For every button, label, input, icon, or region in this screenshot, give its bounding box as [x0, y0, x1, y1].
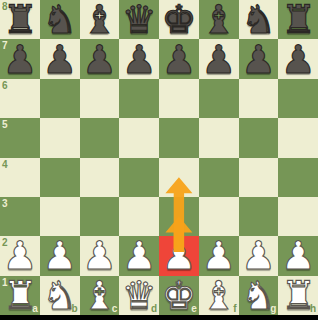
square-a8[interactable]: 8♜ [0, 0, 40, 39]
white-rook[interactable]: ♜ [0, 276, 40, 315]
square-g3[interactable] [239, 197, 279, 236]
black-pawn[interactable]: ♟ [40, 39, 80, 78]
black-queen[interactable]: ♛ [119, 0, 159, 39]
square-g7[interactable]: ♟ [239, 39, 279, 78]
white-bishop[interactable]: ♝ [199, 276, 239, 315]
square-c3[interactable] [80, 197, 120, 236]
black-pawn[interactable]: ♟ [80, 39, 120, 78]
square-b5[interactable] [40, 118, 80, 157]
rank-label-6: 6 [2, 81, 8, 91]
square-e4[interactable] [159, 158, 199, 197]
square-a7[interactable]: 7♟ [0, 39, 40, 78]
square-d8[interactable]: ♛ [119, 0, 159, 39]
square-g5[interactable] [239, 118, 279, 157]
square-c4[interactable] [80, 158, 120, 197]
square-d6[interactable] [119, 79, 159, 118]
square-f4[interactable] [199, 158, 239, 197]
white-king[interactable]: ♚ [159, 276, 199, 315]
square-g6[interactable] [239, 79, 279, 118]
white-bishop[interactable]: ♝ [80, 276, 120, 315]
square-a2[interactable]: 2♟ [0, 236, 40, 275]
black-knight[interactable]: ♞ [239, 0, 279, 39]
rank-label-5: 5 [2, 120, 8, 130]
black-rook[interactable]: ♜ [0, 0, 40, 39]
white-pawn[interactable]: ♟ [40, 236, 80, 275]
square-d2[interactable]: ♟ [119, 236, 159, 275]
square-f1[interactable]: f♝ [199, 276, 239, 315]
square-b1[interactable]: b♞ [40, 276, 80, 315]
chess-app-screenshot: 8♜♞♝♛♚♝♞♜7♟♟♟♟♟♟♟♟65432♟♟♟♟♟♟♟♟1a♜b♞c♝d♛… [0, 0, 318, 320]
white-pawn[interactable]: ♟ [278, 236, 318, 275]
square-e3[interactable] [159, 197, 199, 236]
black-pawn[interactable]: ♟ [119, 39, 159, 78]
white-pawn[interactable]: ♟ [159, 236, 199, 275]
square-d1[interactable]: d♛ [119, 276, 159, 315]
bottom-bar [0, 315, 318, 320]
black-knight[interactable]: ♞ [40, 0, 80, 39]
square-d4[interactable] [119, 158, 159, 197]
square-g1[interactable]: g♞ [239, 276, 279, 315]
square-c2[interactable]: ♟ [80, 236, 120, 275]
black-rook[interactable]: ♜ [278, 0, 318, 39]
square-b4[interactable] [40, 158, 80, 197]
white-knight[interactable]: ♞ [239, 276, 279, 315]
square-a5[interactable]: 5 [0, 118, 40, 157]
square-h7[interactable]: ♟ [278, 39, 318, 78]
square-h8[interactable]: ♜ [278, 0, 318, 39]
black-king[interactable]: ♚ [159, 0, 199, 39]
black-pawn[interactable]: ♟ [239, 39, 279, 78]
chess-board[interactable]: 8♜♞♝♛♚♝♞♜7♟♟♟♟♟♟♟♟65432♟♟♟♟♟♟♟♟1a♜b♞c♝d♛… [0, 0, 318, 315]
square-d7[interactable]: ♟ [119, 39, 159, 78]
square-h5[interactable] [278, 118, 318, 157]
square-a4[interactable]: 4 [0, 158, 40, 197]
square-e8[interactable]: ♚ [159, 0, 199, 39]
square-b3[interactable] [40, 197, 80, 236]
white-pawn[interactable]: ♟ [0, 236, 40, 275]
square-c1[interactable]: c♝ [80, 276, 120, 315]
rank-label-3: 3 [2, 199, 8, 209]
black-bishop[interactable]: ♝ [199, 0, 239, 39]
black-pawn[interactable]: ♟ [278, 39, 318, 78]
black-pawn[interactable]: ♟ [199, 39, 239, 78]
square-a6[interactable]: 6 [0, 79, 40, 118]
white-pawn[interactable]: ♟ [80, 236, 120, 275]
white-pawn[interactable]: ♟ [199, 236, 239, 275]
rank-label-4: 4 [2, 160, 8, 170]
square-c6[interactable] [80, 79, 120, 118]
square-c7[interactable]: ♟ [80, 39, 120, 78]
square-e2[interactable]: ♟ [159, 236, 199, 275]
white-pawn[interactable]: ♟ [119, 236, 159, 275]
black-bishop[interactable]: ♝ [80, 0, 120, 39]
square-f7[interactable]: ♟ [199, 39, 239, 78]
square-d3[interactable] [119, 197, 159, 236]
white-rook[interactable]: ♜ [278, 276, 318, 315]
square-f2[interactable]: ♟ [199, 236, 239, 275]
white-queen[interactable]: ♛ [119, 276, 159, 315]
square-a1[interactable]: 1a♜ [0, 276, 40, 315]
square-c5[interactable] [80, 118, 120, 157]
square-g2[interactable]: ♟ [239, 236, 279, 275]
white-pawn[interactable]: ♟ [239, 236, 279, 275]
square-h3[interactable] [278, 197, 318, 236]
square-b7[interactable]: ♟ [40, 39, 80, 78]
square-b6[interactable] [40, 79, 80, 118]
square-c8[interactable]: ♝ [80, 0, 120, 39]
square-e1[interactable]: e♚ [159, 276, 199, 315]
square-g4[interactable] [239, 158, 279, 197]
square-e6[interactable] [159, 79, 199, 118]
square-a3[interactable]: 3 [0, 197, 40, 236]
square-d5[interactable] [119, 118, 159, 157]
square-b2[interactable]: ♟ [40, 236, 80, 275]
square-f5[interactable] [199, 118, 239, 157]
square-e5[interactable] [159, 118, 199, 157]
white-knight[interactable]: ♞ [40, 276, 80, 315]
black-pawn[interactable]: ♟ [0, 39, 40, 78]
square-h2[interactable]: ♟ [278, 236, 318, 275]
square-g8[interactable]: ♞ [239, 0, 279, 39]
square-h4[interactable] [278, 158, 318, 197]
square-f6[interactable] [199, 79, 239, 118]
square-b8[interactable]: ♞ [40, 0, 80, 39]
square-h1[interactable]: h♜ [278, 276, 318, 315]
black-pawn[interactable]: ♟ [159, 39, 199, 78]
square-e7[interactable]: ♟ [159, 39, 199, 78]
square-f3[interactable] [199, 197, 239, 236]
square-f8[interactable]: ♝ [199, 0, 239, 39]
square-h6[interactable] [278, 79, 318, 118]
